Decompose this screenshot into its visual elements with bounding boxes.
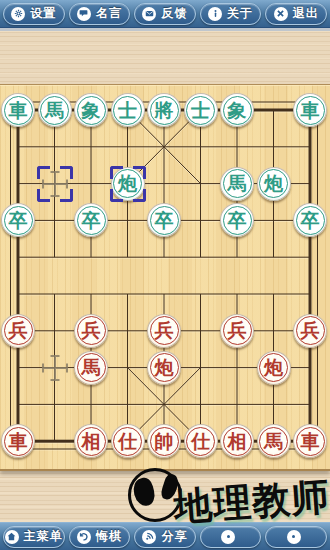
board-grid: [0, 85, 330, 469]
piece-black-車-c8r0[interactable]: 車: [293, 93, 327, 127]
main-menu-label: 主菜单: [24, 528, 63, 545]
speech-bubble-icon: [77, 7, 91, 21]
undo-move-label: 悔棋: [96, 528, 122, 545]
share-signal-icon: [142, 530, 156, 544]
settings-label: 设置: [30, 5, 56, 22]
settings-button[interactable]: 设置: [3, 3, 65, 25]
close-icon: [274, 7, 288, 21]
piece-red-車-c0r9[interactable]: 車: [1, 424, 35, 458]
envelope-icon: [142, 7, 156, 21]
top-toolbar: 设置 名言 反馈 关于 退出: [0, 0, 330, 28]
undo-arrow-icon: [77, 530, 91, 544]
piece-black-士-c3r0[interactable]: 士: [111, 93, 145, 127]
quotes-button[interactable]: 名言: [69, 3, 131, 25]
piece-black-馬-c6r2[interactable]: 馬: [220, 167, 254, 201]
feedback-label: 反馈: [161, 5, 187, 22]
piece-black-車-c0r0[interactable]: 車: [1, 93, 35, 127]
piece-red-仕-c5r9[interactable]: 仕: [184, 424, 218, 458]
piece-red-相-c2r9[interactable]: 相: [74, 424, 108, 458]
piece-red-兵-c0r6[interactable]: 兵: [1, 314, 35, 348]
home-icon: [5, 530, 19, 544]
info-icon: [208, 7, 222, 21]
globe-stamp-icon: [128, 468, 182, 522]
piece-red-馬-c2r7[interactable]: 馬: [74, 351, 108, 385]
piece-red-兵-c4r6[interactable]: 兵: [147, 314, 181, 348]
piece-red-炮-c4r7[interactable]: 炮: [147, 351, 181, 385]
toolbar-button-4[interactable]: [200, 526, 262, 548]
piece-red-馬-c7r9[interactable]: 馬: [257, 424, 291, 458]
about-label: 关于: [227, 5, 253, 22]
piece-red-兵-c6r6[interactable]: 兵: [220, 314, 254, 348]
piece-red-兵-c2r6[interactable]: 兵: [74, 314, 108, 348]
share-label: 分享: [161, 528, 187, 545]
exit-button[interactable]: 退出: [265, 3, 327, 25]
xiangqi-board[interactable]: 車馬象士將士象車炮馬炮卒卒卒卒卒兵兵兵兵兵馬炮炮車相仕帥仕相馬車: [0, 84, 330, 471]
hidden-icon: [221, 530, 235, 544]
piece-black-將-c4r0[interactable]: 將: [147, 93, 181, 127]
share-button[interactable]: 分享: [134, 526, 196, 548]
piece-red-仕-c3r9[interactable]: 仕: [111, 424, 145, 458]
piece-red-車-c8r9[interactable]: 車: [293, 424, 327, 458]
quotes-label: 名言: [96, 5, 122, 22]
piece-black-炮-c7r2[interactable]: 炮: [257, 167, 291, 201]
toolbar-button-5[interactable]: [265, 526, 327, 548]
piece-red-兵-c8r6[interactable]: 兵: [293, 314, 327, 348]
piece-black-馬-c1r0[interactable]: 馬: [38, 93, 72, 127]
exit-label: 退出: [293, 5, 319, 22]
piece-red-相-c6r9[interactable]: 相: [220, 424, 254, 458]
about-button[interactable]: 关于: [200, 3, 262, 25]
gear-icon: [11, 7, 25, 21]
piece-black-炮-c3r2[interactable]: 炮: [111, 167, 145, 201]
piece-black-象-c6r0[interactable]: 象: [220, 93, 254, 127]
main-menu-button[interactable]: 主菜单: [3, 526, 65, 548]
bottom-toolbar: 主菜单 悔棋 分享: [0, 522, 330, 550]
piece-red-炮-c7r7[interactable]: 炮: [257, 351, 291, 385]
xiangqi-app-screen: 设置 名言 反馈 关于 退出 車馬象士將士象車炮馬炮卒卒卒卒卒兵兵兵兵兵馬炮炮車…: [0, 0, 330, 550]
undo-move-button[interactable]: 悔棋: [69, 526, 131, 548]
piece-black-象-c2r0[interactable]: 象: [74, 93, 108, 127]
piece-black-士-c5r0[interactable]: 士: [184, 93, 218, 127]
hidden-icon: [287, 530, 301, 544]
toolbar-divider: [0, 28, 330, 31]
feedback-button[interactable]: 反馈: [134, 3, 196, 25]
piece-red-帥-c4r9[interactable]: 帥: [147, 424, 181, 458]
